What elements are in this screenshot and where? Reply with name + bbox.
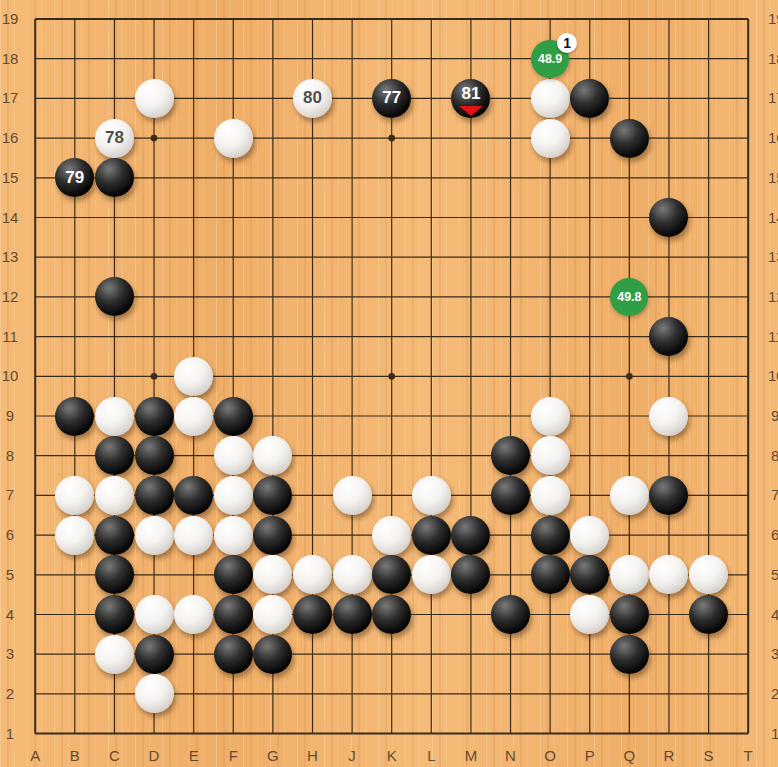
row-label-left-19: 19: [0, 10, 20, 28]
stone-black-n4[interactable]: [491, 595, 530, 634]
row-label-right-9: 9: [771, 407, 778, 425]
stone-black-m6[interactable]: [451, 516, 490, 555]
col-label-D: D: [143, 747, 165, 765]
row-label-right-8: 8: [771, 447, 778, 465]
stone-white-b6[interactable]: [55, 516, 94, 555]
col-label-S: S: [698, 747, 720, 765]
col-label-F: F: [222, 747, 244, 765]
stone-white-d17[interactable]: [135, 79, 174, 118]
col-label-P: P: [579, 747, 601, 765]
stone-black-d8[interactable]: [135, 436, 174, 475]
row-label-right-1: 1: [771, 725, 778, 743]
stone-black-f5[interactable]: [214, 555, 253, 594]
row-label-left-2: 2: [0, 685, 20, 703]
move-number: 78: [95, 119, 134, 158]
stone-black-d3[interactable]: [135, 635, 174, 674]
stone-black-k17[interactable]: 77: [372, 79, 411, 118]
col-label-K: K: [381, 747, 403, 765]
stone-black-n7[interactable]: [491, 476, 530, 515]
stone-white-d2[interactable]: [135, 674, 174, 713]
stone-black-o6[interactable]: [531, 516, 570, 555]
row-label-left-10: 10: [0, 367, 20, 385]
stone-white-c16[interactable]: 78: [95, 119, 134, 158]
stone-black-j4[interactable]: [333, 595, 372, 634]
stone-white-o8[interactable]: [531, 436, 570, 475]
stone-black-b9[interactable]: [55, 397, 94, 436]
stone-black-d7[interactable]: [135, 476, 174, 515]
stone-white-f8[interactable]: [214, 436, 253, 475]
row-label-left-16: 16: [0, 129, 20, 147]
stone-white-p4[interactable]: [570, 595, 609, 634]
stone-black-c15[interactable]: [95, 158, 134, 197]
stone-black-c8[interactable]: [95, 436, 134, 475]
row-label-left-18: 18: [0, 50, 20, 68]
row-label-right-7: 7: [771, 486, 778, 504]
last-move-red-triangle-icon: [459, 106, 483, 116]
suggestion-winrate: 49.8: [617, 290, 641, 304]
row-label-left-4: 4: [0, 606, 20, 624]
stone-black-b15[interactable]: 79: [55, 158, 94, 197]
col-label-N: N: [500, 747, 522, 765]
stone-black-c4[interactable]: [95, 595, 134, 634]
stone-black-h4[interactable]: [293, 595, 332, 634]
stone-white-o17[interactable]: [531, 79, 570, 118]
stone-black-g3[interactable]: [253, 635, 292, 674]
row-label-right-18: 18: [768, 50, 778, 68]
ai-suggestion-q12[interactable]: 49.8: [610, 278, 648, 316]
stone-white-l5[interactable]: [412, 555, 451, 594]
stone-white-q5[interactable]: [610, 555, 649, 594]
stone-white-o16[interactable]: [531, 119, 570, 158]
col-label-Q: Q: [618, 747, 640, 765]
stone-white-d6[interactable]: [135, 516, 174, 555]
col-label-L: L: [420, 747, 442, 765]
stone-white-d4[interactable]: [135, 595, 174, 634]
row-label-left-15: 15: [0, 169, 20, 187]
row-label-left-1: 1: [0, 725, 20, 743]
star-point-k10: [388, 373, 395, 380]
suggestion-rank-badge: 1: [557, 33, 577, 53]
stone-black-c6[interactable]: [95, 516, 134, 555]
stone-white-j5[interactable]: [333, 555, 372, 594]
stone-white-f6[interactable]: [214, 516, 253, 555]
col-label-M: M: [460, 747, 482, 765]
move-number: 77: [372, 79, 411, 118]
stone-black-p17[interactable]: [570, 79, 609, 118]
star-point-q10: [626, 373, 633, 380]
stone-white-f7[interactable]: [214, 476, 253, 515]
stone-white-o9[interactable]: [531, 397, 570, 436]
move-number: 79: [55, 158, 94, 197]
stone-black-g6[interactable]: [253, 516, 292, 555]
stone-black-s4[interactable]: [689, 595, 728, 634]
row-label-right-17: 17: [768, 89, 778, 107]
stone-white-k6[interactable]: [372, 516, 411, 555]
stone-white-p6[interactable]: [570, 516, 609, 555]
ai-suggestion-o18[interactable]: 48.91: [531, 40, 569, 78]
row-label-right-4: 4: [771, 606, 778, 624]
stone-white-f16[interactable]: [214, 119, 253, 158]
stone-black-m17[interactable]: 81: [451, 79, 490, 118]
star-point-d10: [151, 373, 158, 380]
stone-black-g7[interactable]: [253, 476, 292, 515]
suggestion-winrate: 48.9: [538, 52, 562, 66]
row-label-right-14: 14: [768, 209, 778, 227]
stone-white-h17[interactable]: 80: [293, 79, 332, 118]
col-label-T: T: [737, 747, 759, 765]
stone-black-k4[interactable]: [372, 595, 411, 634]
row-label-left-7: 7: [0, 486, 20, 504]
stone-white-e9[interactable]: [174, 397, 213, 436]
stone-black-l6[interactable]: [412, 516, 451, 555]
row-label-right-13: 13: [768, 248, 778, 266]
stone-white-q7[interactable]: [610, 476, 649, 515]
stone-black-c5[interactable]: [95, 555, 134, 594]
row-label-right-19: 19: [768, 10, 778, 28]
stone-white-o7[interactable]: [531, 476, 570, 515]
stone-white-e6[interactable]: [174, 516, 213, 555]
stone-white-j7[interactable]: [333, 476, 372, 515]
stone-black-e7[interactable]: [174, 476, 213, 515]
row-label-right-6: 6: [771, 526, 778, 544]
col-label-A: A: [24, 747, 46, 765]
row-label-left-3: 3: [0, 645, 20, 663]
stone-white-c7[interactable]: [95, 476, 134, 515]
stone-black-f4[interactable]: [214, 595, 253, 634]
move-number: 80: [293, 79, 332, 118]
row-label-left-5: 5: [0, 566, 20, 584]
row-label-right-11: 11: [768, 328, 778, 346]
row-label-left-9: 9: [0, 407, 20, 425]
stone-white-c9[interactable]: [95, 397, 134, 436]
stone-black-o5[interactable]: [531, 555, 570, 594]
stone-white-e10[interactable]: [174, 357, 213, 396]
star-point-d16: [151, 135, 158, 142]
stone-black-n8[interactable]: [491, 436, 530, 475]
row-label-left-8: 8: [0, 447, 20, 465]
stone-white-e4[interactable]: [174, 595, 213, 634]
row-label-right-5: 5: [771, 566, 778, 584]
col-label-O: O: [539, 747, 561, 765]
col-label-R: R: [658, 747, 680, 765]
stone-black-q16[interactable]: [610, 119, 649, 158]
go-board[interactable]: 8077817879 48.9149.8 1919181817171616151…: [0, 0, 778, 767]
row-label-left-14: 14: [0, 209, 20, 227]
row-label-left-13: 13: [0, 248, 20, 266]
star-point-k16: [388, 135, 395, 142]
stone-white-h5[interactable]: [293, 555, 332, 594]
stone-black-d9[interactable]: [135, 397, 174, 436]
row-label-right-2: 2: [771, 685, 778, 703]
row-label-right-12: 12: [768, 288, 778, 306]
row-label-left-11: 11: [0, 328, 20, 346]
row-label-right-15: 15: [768, 169, 778, 187]
stone-white-l7[interactable]: [412, 476, 451, 515]
stone-black-f3[interactable]: [214, 635, 253, 674]
stone-white-r9[interactable]: [649, 397, 688, 436]
row-label-left-17: 17: [0, 89, 20, 107]
row-label-right-10: 10: [768, 367, 778, 385]
stone-white-c3[interactable]: [95, 635, 134, 674]
col-label-H: H: [301, 747, 323, 765]
stone-white-b7[interactable]: [55, 476, 94, 515]
row-label-right-3: 3: [771, 645, 778, 663]
row-label-right-16: 16: [768, 129, 778, 147]
col-label-G: G: [262, 747, 284, 765]
row-label-left-6: 6: [0, 526, 20, 544]
col-label-B: B: [64, 747, 86, 765]
row-label-left-12: 12: [0, 288, 20, 306]
stone-black-q4[interactable]: [610, 595, 649, 634]
col-label-C: C: [103, 747, 125, 765]
col-label-E: E: [183, 747, 205, 765]
stone-black-f9[interactable]: [214, 397, 253, 436]
col-label-J: J: [341, 747, 363, 765]
stone-black-q3[interactable]: [610, 635, 649, 674]
